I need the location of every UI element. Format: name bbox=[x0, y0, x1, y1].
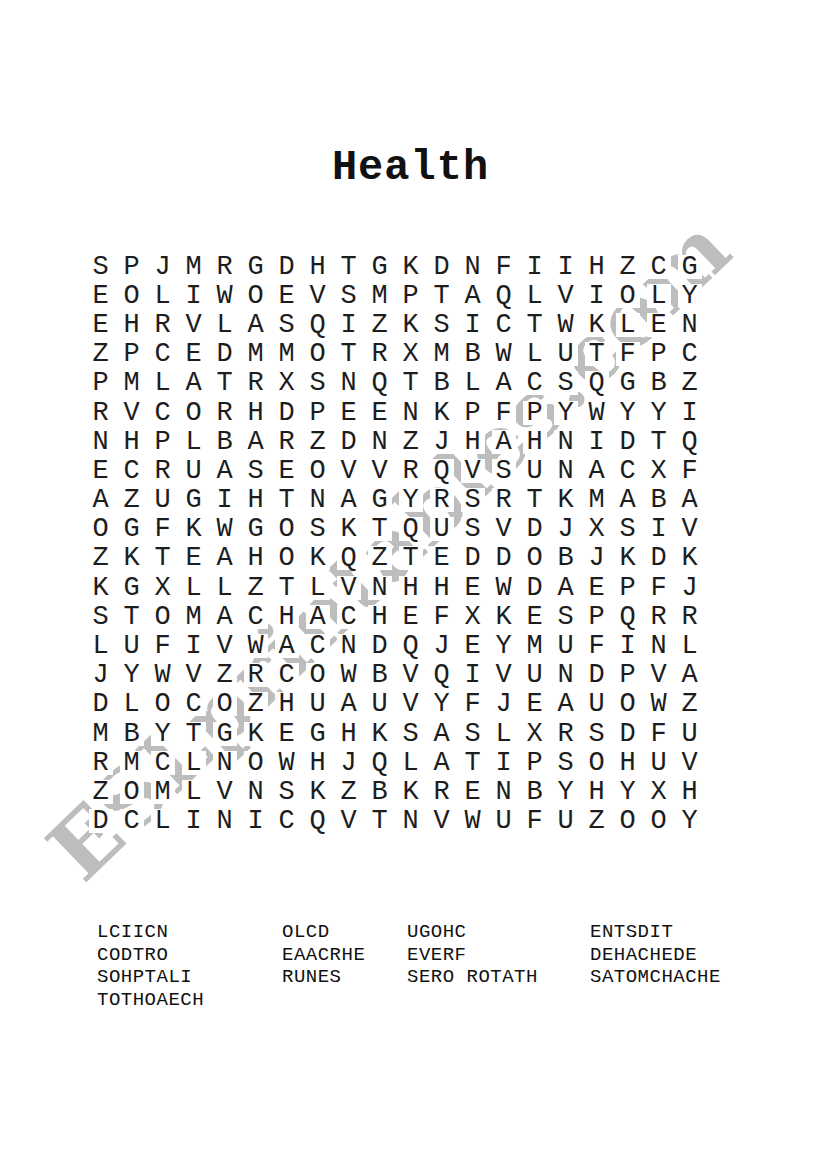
grid-cell: J bbox=[426, 427, 457, 456]
grid-cell: E bbox=[581, 573, 612, 602]
grid-cell: D bbox=[488, 544, 519, 573]
grid-cell: A bbox=[550, 573, 581, 602]
grid-cell: L bbox=[116, 690, 147, 719]
grid-cell: D bbox=[85, 690, 116, 719]
grid-cell: Z bbox=[674, 690, 705, 719]
grid-cell: T bbox=[178, 719, 209, 748]
grid-cell: F bbox=[488, 398, 519, 427]
word-item: LCIICN bbox=[97, 921, 204, 944]
grid-letter: U bbox=[523, 663, 547, 687]
grid-cell: P bbox=[85, 369, 116, 398]
grid-letter: Q bbox=[337, 546, 361, 570]
grid-letter: H bbox=[585, 780, 609, 804]
grid-letter: Y bbox=[616, 401, 640, 425]
grid-cell: K bbox=[550, 486, 581, 515]
grid-letter: P bbox=[523, 751, 547, 775]
grid-cell: R bbox=[395, 456, 426, 485]
grid-letter: G bbox=[244, 517, 268, 541]
grid-cell: Q bbox=[364, 369, 395, 398]
grid-letter: R bbox=[492, 488, 516, 512]
grid-letter: Y bbox=[647, 401, 671, 425]
grid-cell: N bbox=[333, 369, 364, 398]
grid-cell: X bbox=[457, 602, 488, 631]
grid-letter: N bbox=[244, 780, 268, 804]
grid-letter: M bbox=[368, 284, 392, 308]
grid-letter: N bbox=[554, 459, 578, 483]
grid-cell: Q bbox=[395, 515, 426, 544]
grid-cell: L bbox=[178, 427, 209, 456]
grid-letter: Y bbox=[616, 780, 640, 804]
grid-letter: N bbox=[213, 751, 237, 775]
grid-letter: L bbox=[89, 634, 113, 658]
grid-letter: X bbox=[647, 780, 671, 804]
grid-cell: V bbox=[116, 398, 147, 427]
grid-letter: L bbox=[151, 284, 175, 308]
grid-cell: M bbox=[147, 777, 178, 806]
grid-letter: H bbox=[244, 401, 268, 425]
grid-letter: P bbox=[89, 371, 113, 395]
grid-cell: G bbox=[116, 515, 147, 544]
grid-letter: V bbox=[182, 313, 206, 337]
grid-cell: F bbox=[147, 631, 178, 660]
word-bank-column: ENTSDITDEHACHEDESATOMCHACHE bbox=[590, 921, 721, 989]
grid-cell: S bbox=[457, 719, 488, 748]
grid-cell: J bbox=[550, 515, 581, 544]
grid-cell: H bbox=[271, 602, 302, 631]
grid-cell: O bbox=[178, 398, 209, 427]
grid-letter: D bbox=[275, 255, 299, 279]
grid-cell: H bbox=[240, 398, 271, 427]
grid-letter: Q bbox=[306, 809, 330, 833]
grid-letter: A bbox=[213, 605, 237, 629]
grid-cell: C bbox=[271, 661, 302, 690]
grid-letter: F bbox=[647, 576, 671, 600]
grid-cell: V bbox=[488, 515, 519, 544]
grid-letter: B bbox=[213, 430, 237, 454]
grid-cell: N bbox=[395, 807, 426, 836]
grid-letter: E bbox=[275, 284, 299, 308]
grid-letter: A bbox=[492, 430, 516, 454]
grid-letter: V bbox=[399, 692, 423, 716]
grid-cell: M bbox=[178, 252, 209, 281]
grid-cell: A bbox=[271, 631, 302, 660]
grid-cell: F bbox=[643, 573, 674, 602]
grid-letter: X bbox=[523, 722, 547, 746]
grid-cell: H bbox=[116, 427, 147, 456]
grid-cell: L bbox=[178, 777, 209, 806]
grid-cell: L bbox=[674, 631, 705, 660]
grid-cell: A bbox=[240, 310, 271, 339]
grid-letter: H bbox=[306, 751, 330, 775]
grid-cell: O bbox=[147, 690, 178, 719]
grid-cell: Q bbox=[302, 807, 333, 836]
word-item: SATOMCHACHE bbox=[590, 966, 721, 989]
grid-letter: L bbox=[182, 576, 206, 600]
grid-cell: I bbox=[457, 661, 488, 690]
grid-letter: O bbox=[244, 751, 268, 775]
grid-cell: R bbox=[240, 369, 271, 398]
grid-letter: J bbox=[492, 692, 516, 716]
grid-letter: D bbox=[89, 692, 113, 716]
grid-letter: C bbox=[275, 663, 299, 687]
grid-cell: O bbox=[612, 690, 643, 719]
grid-letter: O bbox=[306, 342, 330, 366]
grid-cell: H bbox=[302, 252, 333, 281]
grid-letter: D bbox=[616, 722, 640, 746]
grid-cell: V bbox=[209, 631, 240, 660]
grid-cell: C bbox=[674, 340, 705, 369]
grid-letter: B bbox=[368, 780, 392, 804]
grid-letter: P bbox=[616, 663, 640, 687]
grid-letter: B bbox=[647, 371, 671, 395]
grid-letter: W bbox=[337, 663, 361, 687]
grid-letter: V bbox=[213, 780, 237, 804]
grid-letter: A bbox=[492, 371, 516, 395]
grid-cell: O bbox=[612, 281, 643, 310]
grid-cell: L bbox=[488, 719, 519, 748]
grid-letter: X bbox=[461, 605, 485, 629]
grid-cell: H bbox=[364, 602, 395, 631]
grid-letter: R bbox=[399, 459, 423, 483]
grid-cell: U bbox=[550, 807, 581, 836]
grid-cell: I bbox=[240, 807, 271, 836]
grid-cell: Z bbox=[240, 690, 271, 719]
grid-letter: V bbox=[337, 576, 361, 600]
grid-cell: L bbox=[147, 807, 178, 836]
grid-letter: H bbox=[275, 605, 299, 629]
grid-cell: N bbox=[85, 427, 116, 456]
grid-letter: N bbox=[647, 634, 671, 658]
grid-cell: G bbox=[178, 486, 209, 515]
grid-letter: C bbox=[523, 371, 547, 395]
grid-letter: K bbox=[616, 546, 640, 570]
grid-cell: T bbox=[426, 281, 457, 310]
grid-cell: E bbox=[178, 340, 209, 369]
grid-letter: X bbox=[151, 576, 175, 600]
grid-letter: Q bbox=[678, 430, 702, 454]
grid-cell: F bbox=[643, 719, 674, 748]
grid-cell: N bbox=[395, 398, 426, 427]
grid-cell: O bbox=[519, 544, 550, 573]
grid-cell: W bbox=[147, 661, 178, 690]
grid-letter: R bbox=[554, 722, 578, 746]
grid-letter: T bbox=[430, 284, 454, 308]
grid-cell: F bbox=[581, 631, 612, 660]
grid-cell: I bbox=[674, 398, 705, 427]
grid-letter: K bbox=[554, 488, 578, 512]
grid-letter: U bbox=[151, 488, 175, 512]
grid-cell: K bbox=[581, 310, 612, 339]
grid-cell: N bbox=[550, 661, 581, 690]
grid-cell: H bbox=[612, 748, 643, 777]
grid-cell: W bbox=[209, 281, 240, 310]
grid-cell: B bbox=[364, 777, 395, 806]
grid-letter: O bbox=[523, 546, 547, 570]
grid-cell: O bbox=[147, 602, 178, 631]
grid-letter: C bbox=[306, 634, 330, 658]
grid-cell: G bbox=[240, 515, 271, 544]
grid-letter: B bbox=[368, 663, 392, 687]
grid-letter: A bbox=[461, 284, 485, 308]
grid-letter: E bbox=[523, 605, 547, 629]
grid-letter: J bbox=[678, 576, 702, 600]
grid-letter: L bbox=[213, 313, 237, 337]
grid-letter: O bbox=[89, 517, 113, 541]
grid-cell: S bbox=[457, 515, 488, 544]
grid-cell: T bbox=[457, 748, 488, 777]
grid-cell: N bbox=[209, 807, 240, 836]
grid-cell: A bbox=[240, 427, 271, 456]
grid-letter: S bbox=[244, 459, 268, 483]
grid-letter: O bbox=[182, 401, 206, 425]
grid-letter: U bbox=[368, 692, 392, 716]
grid-cell: V bbox=[178, 310, 209, 339]
grid-letter: R bbox=[244, 663, 268, 687]
grid-cell: W bbox=[457, 807, 488, 836]
grid-letter: N bbox=[554, 663, 578, 687]
grid-letter: Q bbox=[399, 634, 423, 658]
grid-letter: U bbox=[554, 634, 578, 658]
grid-cell: B bbox=[116, 719, 147, 748]
grid-cell: D bbox=[333, 427, 364, 456]
grid-cell: H bbox=[116, 310, 147, 339]
grid-cell: E bbox=[85, 281, 116, 310]
word-item: CODTRO bbox=[97, 944, 204, 967]
grid-letter: C bbox=[337, 605, 361, 629]
grid-letter: P bbox=[120, 342, 144, 366]
grid-cell: Z bbox=[240, 573, 271, 602]
grid-letter: T bbox=[275, 488, 299, 512]
grid-cell: E bbox=[85, 456, 116, 485]
grid-letter: H bbox=[337, 722, 361, 746]
grid-letter: T bbox=[399, 546, 423, 570]
grid-cell: G bbox=[364, 486, 395, 515]
grid-letter: N bbox=[678, 313, 702, 337]
grid-letter: W bbox=[492, 576, 516, 600]
grid-cell: N bbox=[302, 486, 333, 515]
grid-letter: N bbox=[399, 401, 423, 425]
grid-cell: A bbox=[302, 602, 333, 631]
grid-cell: E bbox=[271, 719, 302, 748]
grid-cell: O bbox=[116, 281, 147, 310]
grid-letter: T bbox=[213, 371, 237, 395]
grid-letter: O bbox=[213, 692, 237, 716]
grid-letter: Z bbox=[120, 488, 144, 512]
word-item: ENTSDIT bbox=[590, 921, 721, 944]
grid-cell: M bbox=[271, 340, 302, 369]
grid-cell: X bbox=[643, 777, 674, 806]
grid-cell: V bbox=[457, 456, 488, 485]
grid-letter: L bbox=[151, 371, 175, 395]
grid-letter: A bbox=[213, 459, 237, 483]
grid-cell: U bbox=[519, 661, 550, 690]
grid-letter: T bbox=[182, 722, 206, 746]
grid-letter: U bbox=[523, 459, 547, 483]
grid-cell: K bbox=[426, 398, 457, 427]
grid-cell: Z bbox=[85, 544, 116, 573]
grid-letter: I bbox=[523, 255, 547, 279]
word-item: TOTHOAECH bbox=[97, 989, 204, 1012]
grid-letter: V bbox=[399, 663, 423, 687]
grid-letter: L bbox=[523, 342, 547, 366]
grid-letter: V bbox=[492, 517, 516, 541]
grid-letter: T bbox=[368, 809, 392, 833]
grid-letter: V bbox=[430, 809, 454, 833]
grid-letter: Q bbox=[368, 371, 392, 395]
grid-letter: S bbox=[461, 488, 485, 512]
grid-cell: X bbox=[271, 369, 302, 398]
grid-cell: V bbox=[395, 690, 426, 719]
grid-cell: R bbox=[643, 602, 674, 631]
grid-cell: M bbox=[364, 281, 395, 310]
grid-cell: J bbox=[488, 690, 519, 719]
grid-cell: H bbox=[457, 427, 488, 456]
grid-letter: C bbox=[647, 255, 671, 279]
grid-letter: N bbox=[337, 634, 361, 658]
grid-cell: R bbox=[426, 486, 457, 515]
grid-letter: L bbox=[616, 313, 640, 337]
grid-cell: M bbox=[240, 340, 271, 369]
grid-letter: K bbox=[492, 605, 516, 629]
grid-cell: Q bbox=[302, 310, 333, 339]
grid-cell: C bbox=[178, 690, 209, 719]
grid-letter: Z bbox=[89, 780, 113, 804]
grid-letter: W bbox=[554, 313, 578, 337]
grid-cell: S bbox=[550, 748, 581, 777]
grid-cell: O bbox=[240, 281, 271, 310]
grid-cell: K bbox=[302, 544, 333, 573]
grid-cell: T bbox=[581, 340, 612, 369]
grid-letter: N bbox=[461, 255, 485, 279]
grid-cell: L bbox=[209, 310, 240, 339]
grid-letter: U bbox=[585, 692, 609, 716]
grid-letter: Q bbox=[430, 663, 454, 687]
grid-letter: O bbox=[306, 663, 330, 687]
grid-letter: U bbox=[430, 517, 454, 541]
grid-cell: U bbox=[116, 631, 147, 660]
grid-cell: Y bbox=[643, 398, 674, 427]
grid-letter: V bbox=[337, 459, 361, 483]
grid-cell: E bbox=[457, 573, 488, 602]
grid-cell: Z bbox=[581, 807, 612, 836]
grid-letter: A bbox=[182, 371, 206, 395]
grid-cell: S bbox=[302, 515, 333, 544]
grid-letter: V bbox=[678, 751, 702, 775]
grid-cell: H bbox=[240, 486, 271, 515]
grid-letter: M bbox=[182, 255, 206, 279]
grid-cell: K bbox=[178, 515, 209, 544]
grid-cell: K bbox=[116, 544, 147, 573]
grid-letter: Z bbox=[678, 371, 702, 395]
grid-letter: G bbox=[616, 371, 640, 395]
grid-letter: Y bbox=[678, 284, 702, 308]
grid-cell: B bbox=[643, 369, 674, 398]
grid-cell: T bbox=[116, 602, 147, 631]
grid-cell: W bbox=[488, 573, 519, 602]
grid-cell: G bbox=[612, 369, 643, 398]
grid-letter: W bbox=[213, 284, 237, 308]
grid-cell: Y bbox=[116, 661, 147, 690]
grid-letter: I bbox=[213, 488, 237, 512]
grid-letter: S bbox=[275, 313, 299, 337]
grid-cell: I bbox=[519, 252, 550, 281]
grid-cell: R bbox=[674, 602, 705, 631]
grid-letter: L bbox=[182, 430, 206, 454]
grid-cell: X bbox=[519, 719, 550, 748]
grid-cell: Y bbox=[674, 281, 705, 310]
word-item: DEHACHEDE bbox=[590, 944, 721, 967]
grid-letter: R bbox=[647, 605, 671, 629]
grid-letter: V bbox=[182, 663, 206, 687]
grid-cell: Q bbox=[395, 631, 426, 660]
grid-letter: D bbox=[523, 517, 547, 541]
grid-letter: N bbox=[368, 430, 392, 454]
grid-letter: K bbox=[399, 780, 423, 804]
grid-cell: I bbox=[457, 310, 488, 339]
word-search-grid: SPJMRGDHTGKDNFIIHZCGEOLIWOEVSMPTAQLVIOLY… bbox=[85, 252, 705, 836]
grid-letter: P bbox=[399, 284, 423, 308]
grid-cell: Q bbox=[426, 661, 457, 690]
grid-cell: T bbox=[519, 486, 550, 515]
grid-cell: I bbox=[333, 310, 364, 339]
grid-letter: S bbox=[461, 722, 485, 746]
grid-cell: D bbox=[457, 544, 488, 573]
grid-letter: G bbox=[368, 255, 392, 279]
grid-letter: X bbox=[585, 517, 609, 541]
grid-cell: A bbox=[333, 486, 364, 515]
grid-cell: L bbox=[147, 281, 178, 310]
grid-letter: K bbox=[306, 546, 330, 570]
grid-letter: O bbox=[151, 605, 175, 629]
grid-cell: W bbox=[643, 690, 674, 719]
grid-cell: O bbox=[612, 807, 643, 836]
grid-cell: K bbox=[612, 544, 643, 573]
grid-cell: Y bbox=[395, 486, 426, 515]
grid-cell: S bbox=[488, 456, 519, 485]
grid-letter: Z bbox=[244, 692, 268, 716]
grid-cell: V bbox=[333, 807, 364, 836]
grid-letter: M bbox=[120, 371, 144, 395]
grid-letter: Q bbox=[492, 284, 516, 308]
grid-letter: N bbox=[337, 371, 361, 395]
grid-letter: H bbox=[461, 430, 485, 454]
grid-cell: T bbox=[271, 486, 302, 515]
grid-cell: H bbox=[426, 573, 457, 602]
grid-letter: U bbox=[554, 342, 578, 366]
grid-cell: F bbox=[612, 340, 643, 369]
grid-letter: S bbox=[554, 371, 578, 395]
grid-cell: T bbox=[519, 310, 550, 339]
grid-letter: R bbox=[89, 751, 113, 775]
grid-cell: S bbox=[550, 602, 581, 631]
grid-cell: I bbox=[550, 252, 581, 281]
grid-cell: A bbox=[178, 369, 209, 398]
grid-cell: M bbox=[178, 602, 209, 631]
grid-cell: N bbox=[364, 573, 395, 602]
grid-letter: R bbox=[368, 342, 392, 366]
grid-letter: H bbox=[120, 430, 144, 454]
grid-cell: A bbox=[426, 719, 457, 748]
grid-letter: Y bbox=[120, 663, 144, 687]
grid-cell: Z bbox=[674, 369, 705, 398]
grid-letter: S bbox=[337, 284, 361, 308]
grid-letter: P bbox=[306, 401, 330, 425]
grid-letter: K bbox=[89, 576, 113, 600]
grid-cell: E bbox=[457, 777, 488, 806]
grid-letter: O bbox=[275, 517, 299, 541]
grid-letter: O bbox=[306, 459, 330, 483]
grid-cell: L bbox=[643, 281, 674, 310]
